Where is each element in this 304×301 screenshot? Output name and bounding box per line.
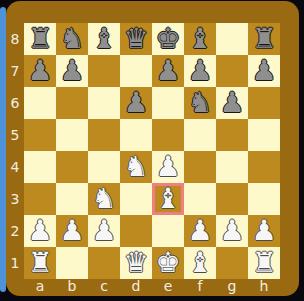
rank-label-8: 8 [6,23,24,55]
file-label-h: h [248,278,280,296]
piece-black-bishop-f8[interactable]: ♝ [184,23,216,55]
square-a2[interactable]: ♟ [24,215,56,247]
square-b4[interactable] [56,151,88,183]
rank-label-1: 1 [6,247,24,279]
piece-white-knight-d4[interactable]: ♞ [120,151,152,183]
square-d2[interactable] [120,215,152,247]
square-d4[interactable]: ♞ [120,151,152,183]
piece-white-pawn-h2[interactable]: ♟ [248,215,280,247]
rank-label-6: 6 [6,87,24,119]
square-d3[interactable] [120,183,152,215]
square-h2[interactable]: ♟ [248,215,280,247]
piece-black-knight-b8[interactable]: ♞ [56,23,88,55]
square-e5[interactable] [152,119,184,151]
square-a8[interactable]: ♜ [24,23,56,55]
square-e1[interactable]: ♚ [152,247,184,279]
piece-black-pawn-d6[interactable]: ♟ [120,87,152,119]
square-e6[interactable] [152,87,184,119]
piece-white-knight-c3[interactable]: ♞ [88,183,120,215]
piece-black-pawn-b7[interactable]: ♟ [56,55,88,87]
piece-black-pawn-f7[interactable]: ♟ [184,55,216,87]
square-g8[interactable] [216,23,248,55]
piece-black-pawn-e7[interactable]: ♟ [152,55,184,87]
square-f5[interactable] [184,119,216,151]
square-g6[interactable]: ♟ [216,87,248,119]
square-h8[interactable]: ♜ [248,23,280,55]
rank-label-4: 4 [6,151,24,183]
square-d1[interactable]: ♛ [120,247,152,279]
square-b2[interactable]: ♟ [56,215,88,247]
square-c8[interactable]: ♝ [88,23,120,55]
piece-white-pawn-f2[interactable]: ♟ [184,215,216,247]
square-e7[interactable]: ♟ [152,55,184,87]
square-g2[interactable]: ♟ [216,215,248,247]
piece-black-pawn-a7[interactable]: ♟ [24,55,56,87]
square-a5[interactable] [24,119,56,151]
board: ♜♞♝♛♚♝♜♟♟♟♟♟♟♞♟♞♟♞♝♟♟♟♟♟♟♜♛♚♝♜ [24,23,280,279]
square-c4[interactable] [88,151,120,183]
square-a3[interactable] [24,183,56,215]
rank-label-3: 3 [6,183,24,215]
square-e2[interactable] [152,215,184,247]
square-g1[interactable] [216,247,248,279]
square-e3[interactable]: ♝ [152,183,184,215]
piece-white-pawn-b2[interactable]: ♟ [56,215,88,247]
square-f6[interactable]: ♞ [184,87,216,119]
square-a6[interactable] [24,87,56,119]
square-f8[interactable]: ♝ [184,23,216,55]
square-g7[interactable] [216,55,248,87]
square-b3[interactable] [56,183,88,215]
piece-white-pawn-a2[interactable]: ♟ [24,215,56,247]
square-h5[interactable] [248,119,280,151]
square-d6[interactable]: ♟ [120,87,152,119]
piece-white-bishop-e3[interactable]: ♝ [152,183,184,215]
square-e4[interactable]: ♟ [152,151,184,183]
square-g4[interactable] [216,151,248,183]
square-d5[interactable] [120,119,152,151]
square-c5[interactable] [88,119,120,151]
file-label-b: b [56,278,88,296]
square-f7[interactable]: ♟ [184,55,216,87]
square-d8[interactable]: ♛ [120,23,152,55]
piece-white-king-e1[interactable]: ♚ [152,247,184,279]
piece-black-queen-d8[interactable]: ♛ [120,23,152,55]
rank-label-5: 5 [6,119,24,151]
rank-labels: 87654321 [6,23,24,279]
rank-label-7: 7 [6,55,24,87]
chess-app-screen: 87654321 ♜♞♝♛♚♝♜♟♟♟♟♟♟♞♟♞♟♞♝♟♟♟♟♟♟♜♛♚♝♜ … [0,0,304,301]
file-label-d: d [120,278,152,296]
piece-white-pawn-e4[interactable]: ♟ [152,151,184,183]
piece-black-rook-a8[interactable]: ♜ [24,23,56,55]
piece-white-pawn-g2[interactable]: ♟ [216,215,248,247]
square-c3[interactable]: ♞ [88,183,120,215]
square-h7[interactable]: ♟ [248,55,280,87]
piece-white-queen-d1[interactable]: ♛ [120,247,152,279]
file-label-a: a [24,278,56,296]
square-b1[interactable] [56,247,88,279]
square-c7[interactable] [88,55,120,87]
square-a7[interactable]: ♟ [24,55,56,87]
file-label-g: g [216,278,248,296]
square-h4[interactable] [248,151,280,183]
piece-black-knight-f6[interactable]: ♞ [184,87,216,119]
piece-white-pawn-c2[interactable]: ♟ [88,215,120,247]
square-h1[interactable]: ♜ [248,247,280,279]
square-f3[interactable] [184,183,216,215]
piece-white-rook-a1[interactable]: ♜ [24,247,56,279]
chess-board-frame: 87654321 ♜♞♝♛♚♝♜♟♟♟♟♟♟♞♟♞♟♞♝♟♟♟♟♟♟♜♛♚♝♜ … [6,1,299,296]
piece-white-bishop-f1[interactable]: ♝ [184,247,216,279]
square-b8[interactable]: ♞ [56,23,88,55]
piece-black-bishop-c8[interactable]: ♝ [88,23,120,55]
square-g5[interactable] [216,119,248,151]
rank-label-2: 2 [6,215,24,247]
square-b5[interactable] [56,119,88,151]
square-f1[interactable]: ♝ [184,247,216,279]
piece-black-king-e8[interactable]: ♚ [152,23,184,55]
square-h3[interactable] [248,183,280,215]
piece-black-pawn-h7[interactable]: ♟ [248,55,280,87]
file-label-c: c [88,278,120,296]
piece-black-rook-h8[interactable]: ♜ [248,23,280,55]
file-labels: abcdefgh [24,278,280,296]
file-label-e: e [152,278,184,296]
square-c6[interactable] [88,87,120,119]
square-c2[interactable]: ♟ [88,215,120,247]
square-c1[interactable] [88,247,120,279]
square-a4[interactable] [24,151,56,183]
square-b7[interactable]: ♟ [56,55,88,87]
square-g3[interactable] [216,183,248,215]
square-a1[interactable]: ♜ [24,247,56,279]
piece-white-rook-h1[interactable]: ♜ [248,247,280,279]
square-e8[interactable]: ♚ [152,23,184,55]
square-f4[interactable] [184,151,216,183]
square-d7[interactable] [120,55,152,87]
piece-black-pawn-g6[interactable]: ♟ [216,87,248,119]
square-b6[interactable] [56,87,88,119]
square-f2[interactable]: ♟ [184,215,216,247]
square-h6[interactable] [248,87,280,119]
file-label-f: f [184,278,216,296]
